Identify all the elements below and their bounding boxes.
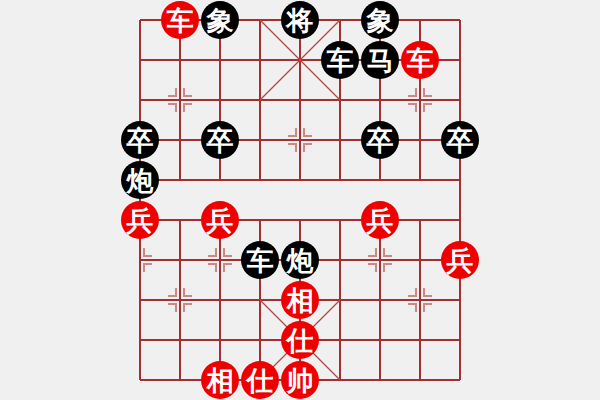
piece-red-soldier[interactable]: 兵 — [441, 241, 479, 279]
piece-red-soldier[interactable]: 兵 — [121, 201, 159, 239]
piece-red-advisor[interactable]: 仕 — [281, 321, 319, 359]
cell-3-9: 仕 — [240, 360, 280, 400]
cell-4-0: 将 — [280, 0, 320, 40]
cell-6-0: 象 — [360, 0, 400, 40]
piece-black-chariot[interactable]: 车 — [241, 241, 279, 279]
cell-2-5: 兵 — [200, 200, 240, 240]
cell-5-1: 车 — [320, 40, 360, 80]
cell-6-3: 卒 — [360, 120, 400, 160]
cell-0-3: 卒 — [120, 120, 160, 160]
piece-red-soldier[interactable]: 兵 — [361, 201, 399, 239]
piece-black-soldier[interactable]: 卒 — [441, 121, 479, 159]
piece-red-general[interactable]: 帅 — [281, 361, 319, 399]
piece-red-elephant[interactable]: 相 — [281, 281, 319, 319]
piece-black-chariot[interactable]: 车 — [321, 41, 359, 79]
cell-6-5: 兵 — [360, 200, 400, 240]
cell-6-1: 马 — [360, 40, 400, 80]
cell-7-1: 车 — [400, 40, 440, 80]
piece-black-cannon[interactable]: 炮 — [281, 241, 319, 279]
cell-0-4: 炮 — [120, 160, 160, 200]
piece-black-soldier[interactable]: 卒 — [121, 121, 159, 159]
piece-black-horse[interactable]: 马 — [361, 41, 399, 79]
piece-red-elephant[interactable]: 相 — [201, 361, 239, 399]
cell-2-9: 相 — [200, 360, 240, 400]
pieces-grid: 车象将象车马车卒卒卒卒炮兵兵兵车炮兵相仕相仕帅 — [120, 0, 480, 400]
piece-red-soldier[interactable]: 兵 — [201, 201, 239, 239]
cell-8-6: 兵 — [440, 240, 480, 280]
cell-8-3: 卒 — [440, 120, 480, 160]
cell-0-5: 兵 — [120, 200, 160, 240]
cell-4-9: 帅 — [280, 360, 320, 400]
piece-red-chariot[interactable]: 车 — [401, 41, 439, 79]
cell-3-6: 车 — [240, 240, 280, 280]
xiangqi-app: 车象将象车马车卒卒卒卒炮兵兵兵车炮兵相仕相仕帅 — [0, 0, 600, 400]
piece-black-elephant[interactable]: 象 — [201, 1, 239, 39]
cell-2-0: 象 — [200, 0, 240, 40]
cell-2-3: 卒 — [200, 120, 240, 160]
cell-4-8: 仕 — [280, 320, 320, 360]
piece-black-elephant[interactable]: 象 — [361, 1, 399, 39]
piece-black-cannon[interactable]: 炮 — [121, 161, 159, 199]
piece-red-advisor[interactable]: 仕 — [241, 361, 279, 399]
cell-4-6: 炮 — [280, 240, 320, 280]
cell-4-7: 相 — [280, 280, 320, 320]
piece-black-soldier[interactable]: 卒 — [201, 121, 239, 159]
cell-1-0: 车 — [160, 0, 200, 40]
piece-black-soldier[interactable]: 卒 — [361, 121, 399, 159]
piece-red-chariot[interactable]: 车 — [161, 1, 199, 39]
piece-black-general[interactable]: 将 — [281, 1, 319, 39]
